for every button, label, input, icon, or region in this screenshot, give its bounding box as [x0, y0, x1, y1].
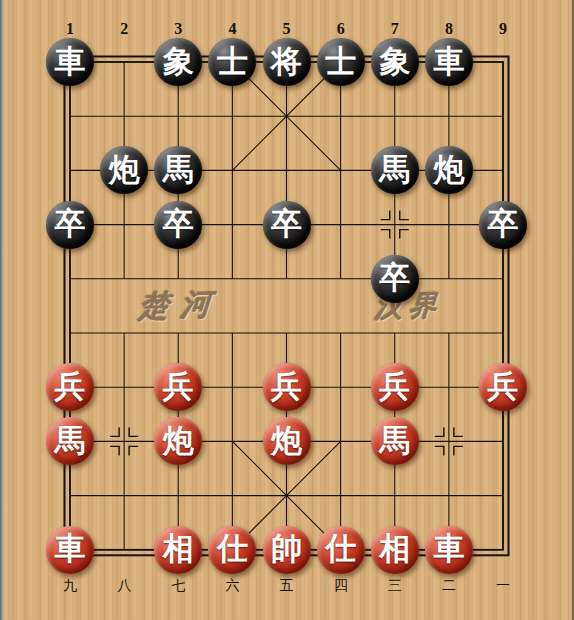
piece-red-horse[interactable]: 馬 [46, 417, 94, 465]
piece-glyph: 兵 [163, 371, 194, 402]
piece-red-soldier[interactable]: 兵 [263, 363, 311, 411]
piece-glyph: 仕 [325, 533, 356, 564]
piece-black-elephant[interactable]: 象 [371, 38, 419, 86]
piece-black-cannon[interactable]: 炮 [425, 146, 473, 194]
piece-red-soldier[interactable]: 兵 [46, 363, 94, 411]
piece-red-soldier[interactable]: 兵 [154, 363, 202, 411]
piece-red-elephant[interactable]: 相 [371, 526, 419, 574]
piece-black-cannon[interactable]: 炮 [100, 146, 148, 194]
piece-glyph: 相 [163, 533, 194, 564]
piece-black-horse[interactable]: 馬 [371, 146, 419, 194]
piece-glyph: 兵 [55, 371, 86, 402]
piece-glyph: 卒 [271, 208, 302, 239]
piece-glyph: 馬 [379, 425, 410, 456]
piece-red-chariot[interactable]: 車 [425, 526, 473, 574]
piece-black-soldier[interactable]: 卒 [263, 201, 311, 249]
piece-glyph: 車 [55, 46, 86, 77]
piece-glyph: 兵 [271, 371, 302, 402]
piece-red-horse[interactable]: 馬 [371, 417, 419, 465]
piece-glyph: 炮 [109, 154, 140, 185]
piece-black-chariot[interactable]: 車 [46, 38, 94, 86]
piece-glyph: 車 [433, 46, 464, 77]
piece-black-horse[interactable]: 馬 [154, 146, 202, 194]
piece-glyph: 帥 [271, 533, 302, 564]
piece-red-advisor[interactable]: 仕 [208, 526, 256, 574]
piece-glyph: 馬 [55, 425, 86, 456]
piece-glyph: 兵 [379, 371, 410, 402]
piece-black-elephant[interactable]: 象 [154, 38, 202, 86]
piece-glyph: 卒 [488, 208, 519, 239]
piece-glyph: 卒 [379, 262, 410, 293]
piece-red-advisor[interactable]: 仕 [317, 526, 365, 574]
piece-black-soldier[interactable]: 卒 [46, 201, 94, 249]
piece-glyph: 象 [163, 46, 194, 77]
piece-glyph: 将 [271, 46, 302, 77]
piece-black-advisor[interactable]: 士 [208, 38, 256, 86]
piece-glyph: 馬 [379, 154, 410, 185]
piece-glyph: 士 [325, 46, 356, 77]
piece-red-general[interactable]: 帥 [263, 526, 311, 574]
piece-black-chariot[interactable]: 車 [425, 38, 473, 86]
piece-red-soldier[interactable]: 兵 [479, 363, 527, 411]
piece-glyph: 炮 [433, 154, 464, 185]
piece-black-soldier[interactable]: 卒 [371, 255, 419, 303]
piece-glyph: 兵 [488, 371, 519, 402]
piece-black-soldier[interactable]: 卒 [154, 201, 202, 249]
piece-glyph: 仕 [217, 533, 248, 564]
piece-red-cannon[interactable]: 炮 [263, 417, 311, 465]
piece-black-soldier[interactable]: 卒 [479, 201, 527, 249]
piece-red-elephant[interactable]: 相 [154, 526, 202, 574]
piece-glyph: 卒 [55, 208, 86, 239]
piece-glyph: 馬 [163, 154, 194, 185]
piece-glyph: 炮 [163, 425, 194, 456]
piece-glyph: 卒 [163, 208, 194, 239]
piece-red-cannon[interactable]: 炮 [154, 417, 202, 465]
piece-glyph: 相 [379, 533, 410, 564]
piece-glyph: 車 [433, 533, 464, 564]
piece-glyph: 炮 [271, 425, 302, 456]
piece-glyph: 士 [217, 46, 248, 77]
piece-red-soldier[interactable]: 兵 [371, 363, 419, 411]
piece-glyph: 象 [379, 46, 410, 77]
board-edge-left [0, 0, 4, 620]
piece-black-advisor[interactable]: 士 [317, 38, 365, 86]
pieces-layer: 車象士将士象車炮馬馬炮卒卒卒卒卒兵兵兵兵兵馬炮炮馬車相仕帥仕相車 [0, 0, 574, 620]
piece-glyph: 車 [55, 533, 86, 564]
piece-red-chariot[interactable]: 車 [46, 526, 94, 574]
piece-black-general[interactable]: 将 [263, 38, 311, 86]
xiangqi-board: 楚河 汉界 123456789 九八七六五四三二一 車象士将士象車炮馬馬炮卒卒卒… [0, 0, 574, 620]
